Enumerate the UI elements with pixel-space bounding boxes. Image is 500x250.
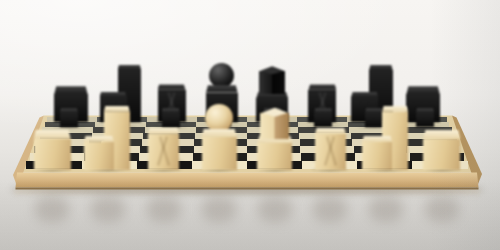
white-queen-d1[interactable]	[202, 104, 237, 170]
white-rook-h1[interactable]	[423, 130, 460, 170]
white-rook-a1[interactable]	[34, 130, 71, 170]
white-bishop-c1[interactable]	[148, 128, 179, 170]
white-king-e1[interactable]	[257, 108, 292, 170]
black-pawn-c7[interactable]	[162, 108, 180, 127]
white-knight-g1[interactable]	[362, 106, 410, 170]
white-bishop-f1[interactable]	[315, 128, 346, 170]
pieces-layer	[0, 0, 500, 250]
white-knight-b1[interactable]	[84, 106, 132, 170]
chess-photo-scene	[0, 0, 500, 250]
black-pawn-f7[interactable]	[314, 108, 332, 127]
black-pawn-a7[interactable]	[60, 108, 78, 127]
black-pawn-h7[interactable]	[416, 108, 434, 127]
